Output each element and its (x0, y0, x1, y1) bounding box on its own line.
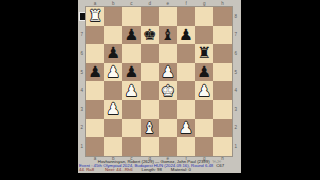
square-h4[interactable] (213, 81, 231, 100)
square-g8[interactable] (195, 7, 213, 26)
file-labels-top: abcdefgh (86, 1, 232, 7)
rank-labels-right: 87654321 (233, 7, 239, 156)
square-g1[interactable] (195, 137, 213, 156)
square-g3[interactable] (195, 100, 213, 119)
square-h8[interactable] (213, 7, 231, 26)
black-rook-icon: ♜ (197, 44, 211, 62)
square-a8[interactable]: ♜ (86, 7, 104, 26)
rank-label-left-6: 6 (79, 44, 85, 63)
game-caption: Hovhannisyan, Robert (2629) — Gomez, Joh… (78, 160, 241, 171)
rank-label-right-7: 7 (233, 26, 239, 45)
square-c3[interactable] (122, 100, 140, 119)
rank-label-left-1: 1 (79, 137, 85, 156)
square-d1[interactable] (141, 137, 159, 156)
black-pawn-icon: ♟ (125, 63, 139, 81)
square-b6[interactable]: ♟ (104, 44, 122, 63)
square-a3[interactable] (86, 100, 104, 119)
file-label-top-c: c (122, 1, 140, 7)
square-f3[interactable] (177, 100, 195, 119)
white-pawn-icon: ♟ (125, 82, 139, 100)
rank-labels-left: 87654321 (79, 7, 85, 156)
square-a7[interactable] (86, 26, 104, 45)
square-e2[interactable] (159, 119, 177, 138)
rank-label-left-7: 7 (79, 26, 85, 45)
rank-label-right-6: 6 (233, 44, 239, 63)
square-a4[interactable] (86, 81, 104, 100)
square-b5[interactable]: ♟ (104, 63, 122, 82)
square-h2[interactable] (213, 119, 231, 138)
square-b4[interactable] (104, 81, 122, 100)
square-f6[interactable] (177, 44, 195, 63)
white-rook-icon: ♜ (88, 7, 102, 25)
square-g4[interactable]: ♟ (195, 81, 213, 100)
square-c7[interactable]: ♟ (122, 26, 140, 45)
chess-board: ♜♟♚♝♟♟♜♟♟♟♟♟♟♚♟♟♝♟ (86, 7, 232, 156)
black-pawn-icon: ♟ (197, 63, 211, 81)
black-bishop-icon: ♝ (161, 26, 175, 44)
material-balance: Material: 0 (171, 167, 191, 172)
square-f5[interactable] (177, 63, 195, 82)
black-pawn-icon: ♟ (179, 26, 193, 44)
black-pawn-icon: ♟ (125, 26, 139, 44)
white-pawn-icon: ♟ (106, 100, 120, 118)
square-a1[interactable] (86, 137, 104, 156)
square-c4[interactable]: ♟ (122, 81, 140, 100)
square-f1[interactable] (177, 137, 195, 156)
square-e5[interactable]: ♟ (159, 63, 177, 82)
white-pawn-icon: ♟ (197, 82, 211, 100)
file-label-top-e: e (159, 1, 177, 7)
file-label-top-g: g (195, 1, 213, 7)
video-frame: abcdefgh abcdefgh 87654321 87654321 ♜♟♚♝… (0, 0, 320, 180)
rank-label-right-1: 1 (233, 137, 239, 156)
square-d6[interactable] (141, 44, 159, 63)
square-c8[interactable] (122, 7, 140, 26)
rank-label-right-4: 4 (233, 81, 239, 100)
square-e3[interactable] (159, 100, 177, 119)
game-length: Length: 98 (142, 167, 162, 172)
square-h5[interactable] (213, 63, 231, 82)
square-c2[interactable] (122, 119, 140, 138)
square-e6[interactable] (159, 44, 177, 63)
square-c6[interactable] (122, 44, 140, 63)
square-b3[interactable]: ♟ (104, 100, 122, 119)
next-move: Next: 44...Rh6 (105, 167, 132, 172)
square-h7[interactable] (213, 26, 231, 45)
rank-label-right-3: 3 (233, 100, 239, 119)
move-info-line: 44. Ra8Next: 44...Rh6Length: 98Material:… (78, 168, 241, 172)
square-e8[interactable] (159, 7, 177, 26)
rank-label-right-8: 8 (233, 7, 239, 26)
black-pawn-icon: ♟ (88, 63, 102, 81)
white-pawn-icon: ♟ (161, 63, 175, 81)
rank-label-left-3: 3 (79, 100, 85, 119)
chess-gui-panel: abcdefgh abcdefgh 87654321 87654321 ♜♟♚♝… (78, 0, 241, 173)
rank-label-right-2: 2 (233, 119, 239, 138)
square-f4[interactable] (177, 81, 195, 100)
square-b1[interactable] (104, 137, 122, 156)
file-label-top-b: b (104, 1, 122, 7)
square-d8[interactable] (141, 7, 159, 26)
file-label-top-d: d (141, 1, 159, 7)
square-a5[interactable]: ♟ (86, 63, 104, 82)
square-b8[interactable] (104, 7, 122, 26)
rank-label-left-4: 4 (79, 81, 85, 100)
square-g5[interactable]: ♟ (195, 63, 213, 82)
square-f7[interactable]: ♟ (177, 26, 195, 45)
white-pawn-icon: ♟ (179, 119, 193, 137)
eco-code: C67 (216, 163, 224, 168)
square-d5[interactable] (141, 63, 159, 82)
square-g2[interactable] (195, 119, 213, 138)
square-a2[interactable] (86, 119, 104, 138)
square-f2[interactable]: ♟ (177, 119, 195, 138)
square-a6[interactable] (86, 44, 104, 63)
square-h1[interactable] (213, 137, 231, 156)
rank-label-left-5: 5 (79, 63, 85, 82)
file-label-top-h: h (213, 1, 231, 7)
last-move: 44. Ra8 (79, 167, 94, 172)
square-e7[interactable]: ♝ (159, 26, 177, 45)
square-g6[interactable]: ♜ (195, 44, 213, 63)
rank-label-right-5: 5 (233, 63, 239, 82)
file-label-top-f: f (177, 1, 195, 7)
white-pawn-icon: ♟ (106, 63, 120, 81)
square-h3[interactable] (213, 100, 231, 119)
square-h6[interactable] (213, 44, 231, 63)
square-g7[interactable] (195, 26, 213, 45)
square-e1[interactable] (159, 137, 177, 156)
square-d4[interactable] (141, 81, 159, 100)
square-d2[interactable]: ♝ (141, 119, 159, 138)
rank-label-left-2: 2 (79, 119, 85, 138)
square-d3[interactable] (141, 100, 159, 119)
white-bishop-icon: ♝ (143, 119, 157, 137)
square-f8[interactable] (177, 7, 195, 26)
square-b2[interactable] (104, 119, 122, 138)
white-king-icon: ♚ (161, 82, 175, 100)
file-label-top-a: a (86, 1, 104, 7)
square-d7[interactable]: ♚ (141, 26, 159, 45)
square-c1[interactable] (122, 137, 140, 156)
square-b7[interactable] (104, 26, 122, 45)
black-pawn-icon: ♟ (106, 44, 120, 62)
square-c5[interactable]: ♟ (122, 63, 140, 82)
black-king-icon: ♚ (143, 26, 157, 44)
square-e4[interactable]: ♚ (159, 81, 177, 100)
